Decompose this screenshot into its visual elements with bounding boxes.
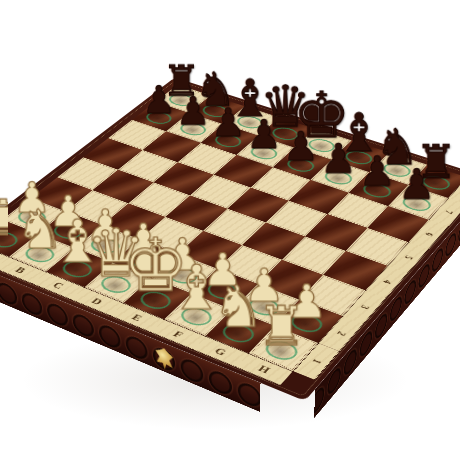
piece-black-pawn[interactable]: ♟ bbox=[320, 139, 356, 180]
board-top: ♜♞♝♛♚♝♞♜8♟♟♟♟♟♟♟♟76543♟♟♟♟♟♟♟♟2♜♞♝♛♚♝♞♜1… bbox=[0, 78, 460, 401]
piece-black-pawn[interactable]: ♟ bbox=[142, 81, 176, 119]
piece-black-pawn[interactable]: ♟ bbox=[211, 104, 246, 143]
piece-white-rook[interactable]: ♜ bbox=[257, 298, 306, 352]
perspective-container: ♜♞♝♛♚♝♞♜8♟♟♟♟♟♟♟♟76543♟♟♟♟♟♟♟♟2♜♞♝♛♚♝♞♜1… bbox=[0, 0, 460, 460]
brass-clasp-front bbox=[155, 345, 173, 374]
board-grid: ♜♞♝♛♚♝♞♜8♟♟♟♟♟♟♟♟76543♟♟♟♟♟♟♟♟2♜♞♝♛♚♝♞♜1… bbox=[0, 85, 460, 395]
piece-black-pawn[interactable]: ♟ bbox=[176, 92, 211, 131]
piece-black-pawn[interactable]: ♟ bbox=[246, 115, 281, 155]
piece-black-pawn[interactable]: ♟ bbox=[398, 164, 435, 206]
piece-black-pawn[interactable]: ♟ bbox=[359, 151, 396, 192]
chess-box: ♜♞♝♛♚♝♞♜8♟♟♟♟♟♟♟♟76543♟♟♟♟♟♟♟♟2♜♞♝♛♚♝♞♜1… bbox=[0, 78, 460, 401]
piece-black-pawn[interactable]: ♟ bbox=[283, 127, 319, 167]
